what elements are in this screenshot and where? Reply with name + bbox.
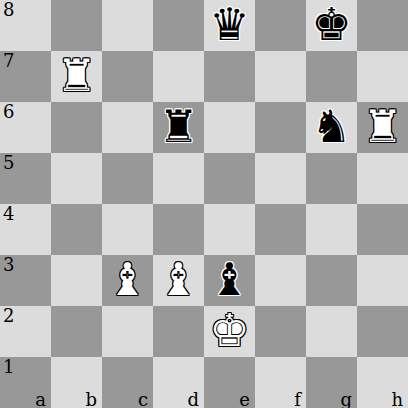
file-label-e: e (239, 390, 250, 408)
square-e8[interactable]: ♛ (204, 0, 255, 51)
square-b3[interactable] (51, 255, 102, 306)
square-a1[interactable]: 1a (0, 357, 51, 408)
white-rook[interactable]: ♜ (362, 101, 402, 152)
rank-label-1: 1 (3, 357, 14, 377)
black-queen[interactable]: ♛ (209, 0, 249, 50)
square-g1[interactable]: g (306, 357, 357, 408)
rank-label-6: 6 (3, 102, 14, 122)
square-a5[interactable]: 5 (0, 153, 51, 204)
square-a3[interactable]: 3 (0, 255, 51, 306)
white-bishop[interactable]: ♝ (107, 254, 147, 305)
square-e4[interactable] (204, 204, 255, 255)
file-label-d: d (187, 390, 199, 408)
square-c6[interactable] (102, 102, 153, 153)
square-c2[interactable] (102, 306, 153, 357)
square-g3[interactable] (306, 255, 357, 306)
file-label-a: a (35, 390, 46, 408)
square-h7[interactable] (357, 51, 408, 102)
square-b7[interactable]: ♜ (51, 51, 102, 102)
square-b8[interactable] (51, 0, 102, 51)
rank-label-7: 7 (3, 51, 14, 71)
rank-label-2: 2 (3, 306, 14, 326)
square-b2[interactable] (51, 306, 102, 357)
file-label-f: f (294, 390, 301, 408)
square-b4[interactable] (51, 204, 102, 255)
square-d5[interactable] (153, 153, 204, 204)
square-e7[interactable] (204, 51, 255, 102)
square-h5[interactable] (357, 153, 408, 204)
square-b5[interactable] (51, 153, 102, 204)
square-c3[interactable]: ♝ (102, 255, 153, 306)
square-c5[interactable] (102, 153, 153, 204)
square-b1[interactable]: b (51, 357, 102, 408)
black-king[interactable]: ♚ (311, 0, 351, 50)
square-a2[interactable]: 2 (0, 306, 51, 357)
file-label-h: h (391, 390, 403, 408)
square-b6[interactable] (51, 102, 102, 153)
square-g7[interactable] (306, 51, 357, 102)
white-rook[interactable]: ♜ (56, 50, 96, 101)
file-label-g: g (340, 390, 352, 408)
square-f2[interactable] (255, 306, 306, 357)
rank-label-4: 4 (3, 204, 14, 224)
square-g4[interactable] (306, 204, 357, 255)
square-d2[interactable] (153, 306, 204, 357)
white-bishop[interactable]: ♝ (158, 254, 198, 305)
square-h4[interactable] (357, 204, 408, 255)
black-rook[interactable]: ♜ (158, 101, 198, 152)
black-knight[interactable]: ♞ (311, 101, 351, 152)
square-a8[interactable]: 8 (0, 0, 51, 51)
file-label-b: b (85, 390, 97, 408)
square-h3[interactable] (357, 255, 408, 306)
file-label-c: c (138, 390, 148, 408)
square-d8[interactable] (153, 0, 204, 51)
square-d6[interactable]: ♜ (153, 102, 204, 153)
square-h1[interactable]: h (357, 357, 408, 408)
square-e5[interactable] (204, 153, 255, 204)
black-bishop[interactable]: ♝ (209, 254, 249, 305)
square-e6[interactable] (204, 102, 255, 153)
square-f3[interactable] (255, 255, 306, 306)
square-g2[interactable] (306, 306, 357, 357)
square-g6[interactable]: ♞ (306, 102, 357, 153)
square-c4[interactable] (102, 204, 153, 255)
square-f1[interactable]: f (255, 357, 306, 408)
chess-board: 8♛♚7♜6♜♞♜543♝♝♝2♚1abcdefgh (0, 0, 408, 408)
square-d7[interactable] (153, 51, 204, 102)
square-a4[interactable]: 4 (0, 204, 51, 255)
square-a6[interactable]: 6 (0, 102, 51, 153)
square-c1[interactable]: c (102, 357, 153, 408)
square-f6[interactable] (255, 102, 306, 153)
square-h8[interactable] (357, 0, 408, 51)
square-g8[interactable]: ♚ (306, 0, 357, 51)
square-e2[interactable]: ♚ (204, 306, 255, 357)
square-c7[interactable] (102, 51, 153, 102)
square-e3[interactable]: ♝ (204, 255, 255, 306)
square-a7[interactable]: 7 (0, 51, 51, 102)
square-f4[interactable] (255, 204, 306, 255)
square-h2[interactable] (357, 306, 408, 357)
rank-label-5: 5 (3, 153, 14, 173)
square-f7[interactable] (255, 51, 306, 102)
square-d1[interactable]: d (153, 357, 204, 408)
square-d3[interactable]: ♝ (153, 255, 204, 306)
rank-label-8: 8 (3, 0, 14, 20)
rank-label-3: 3 (3, 255, 14, 275)
square-e1[interactable]: e (204, 357, 255, 408)
square-c8[interactable] (102, 0, 153, 51)
square-g5[interactable] (306, 153, 357, 204)
square-h6[interactable]: ♜ (357, 102, 408, 153)
square-f5[interactable] (255, 153, 306, 204)
square-f8[interactable] (255, 0, 306, 51)
white-king[interactable]: ♚ (209, 305, 249, 356)
square-d4[interactable] (153, 204, 204, 255)
